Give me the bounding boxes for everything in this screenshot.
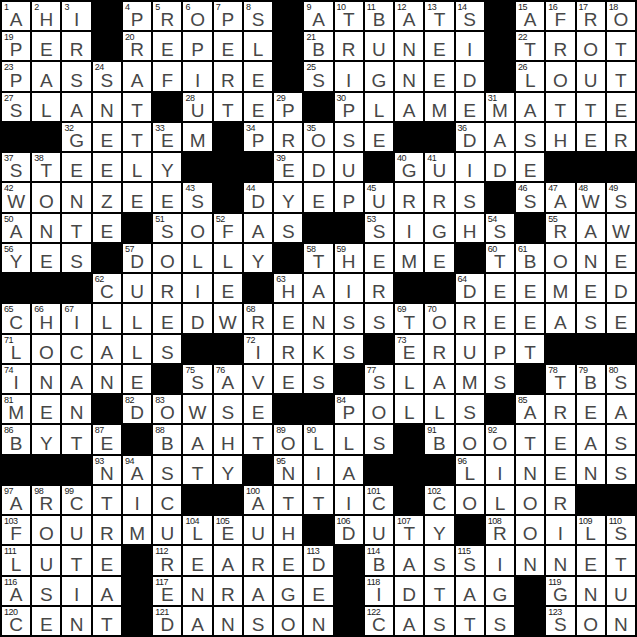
cell[interactable]: E — [515, 303, 545, 333]
cell[interactable]: H — [545, 122, 575, 152]
cell[interactable]: 11B — [364, 1, 394, 31]
cell[interactable]: 100A — [243, 485, 273, 515]
cell[interactable]: E — [273, 545, 303, 575]
cell[interactable]: 121D — [152, 606, 182, 636]
cell[interactable]: N — [61, 182, 91, 212]
cell[interactable]: T — [455, 606, 485, 636]
cell[interactable]: 82D — [122, 394, 152, 424]
cell[interactable]: 48W — [576, 182, 606, 212]
cell[interactable]: E — [303, 576, 333, 606]
cell[interactable]: E — [364, 122, 394, 152]
cell[interactable]: O — [455, 485, 485, 515]
cell[interactable]: 4P — [122, 1, 152, 31]
cell[interactable]: G — [485, 576, 515, 606]
cell[interactable]: Y — [243, 243, 273, 273]
cell[interactable]: A — [455, 576, 485, 606]
cell[interactable]: I — [455, 31, 485, 61]
cell[interactable]: N — [31, 364, 61, 394]
cell[interactable]: S — [515, 122, 545, 152]
cell[interactable]: 56Y — [1, 243, 31, 273]
cell[interactable]: O — [545, 61, 575, 91]
cell[interactable]: 45U — [364, 182, 394, 212]
cell[interactable]: R — [273, 334, 303, 364]
cell[interactable]: O — [455, 424, 485, 454]
cell[interactable]: A — [303, 273, 333, 303]
cell[interactable]: N — [303, 606, 333, 636]
cell[interactable]: U — [364, 31, 394, 61]
cell[interactable]: R — [394, 182, 424, 212]
cell[interactable]: 81M — [1, 394, 31, 424]
cell[interactable]: R — [213, 61, 243, 91]
cell[interactable]: R — [545, 394, 575, 424]
cell[interactable]: E — [364, 243, 394, 273]
cell[interactable]: L — [424, 394, 454, 424]
cell[interactable]: 86B — [1, 424, 31, 454]
cell[interactable]: E — [152, 31, 182, 61]
cell[interactable]: T — [92, 606, 122, 636]
cell[interactable]: 2H — [31, 1, 61, 31]
cell[interactable]: S — [455, 394, 485, 424]
cell[interactable]: 85A — [515, 394, 545, 424]
cell[interactable]: R — [152, 273, 182, 303]
cell[interactable]: M — [424, 92, 454, 122]
cell[interactable]: D — [606, 273, 636, 303]
cell[interactable]: 93N — [92, 455, 122, 485]
cell[interactable]: A — [182, 424, 212, 454]
cell[interactable]: E — [515, 152, 545, 182]
cell[interactable]: U — [334, 152, 364, 182]
cell[interactable]: A — [545, 303, 575, 333]
cell[interactable]: U — [61, 515, 91, 545]
cell[interactable]: 62C — [92, 273, 122, 303]
cell[interactable]: A — [243, 576, 273, 606]
cell[interactable]: 77S — [364, 364, 394, 394]
cell[interactable]: T — [92, 485, 122, 515]
cell[interactable]: I — [182, 273, 212, 303]
cell[interactable]: T — [515, 424, 545, 454]
cell[interactable]: 98R — [31, 485, 61, 515]
cell[interactable]: E — [92, 152, 122, 182]
cell[interactable]: L — [394, 394, 424, 424]
cell[interactable]: E — [424, 61, 454, 91]
cell[interactable]: A — [61, 364, 91, 394]
cell[interactable]: I — [334, 273, 364, 303]
cell[interactable]: S — [61, 61, 91, 91]
cell[interactable]: L — [213, 243, 243, 273]
cell[interactable]: N — [394, 31, 424, 61]
cell[interactable]: 99C — [61, 485, 91, 515]
cell[interactable]: 18O — [606, 1, 636, 31]
cell[interactable]: 120C — [1, 606, 31, 636]
cell[interactable]: 92O — [485, 424, 515, 454]
cell[interactable]: O — [515, 515, 545, 545]
cell[interactable]: E — [485, 273, 515, 303]
cell[interactable]: 54S — [485, 213, 515, 243]
cell[interactable]: 75S — [182, 364, 212, 394]
cell[interactable]: T — [273, 485, 303, 515]
cell[interactable]: P — [334, 182, 364, 212]
cell[interactable]: I — [485, 545, 515, 575]
cell[interactable]: E — [213, 31, 243, 61]
cell[interactable]: 65C — [1, 303, 31, 333]
cell[interactable]: E — [424, 31, 454, 61]
cell[interactable]: S — [31, 576, 61, 606]
cell[interactable]: O — [31, 515, 61, 545]
cell[interactable]: 88B — [152, 424, 182, 454]
cell[interactable]: 55R — [545, 213, 575, 243]
cell[interactable]: E — [273, 364, 303, 394]
cell[interactable]: S — [485, 606, 515, 636]
cell[interactable]: E — [273, 303, 303, 333]
cell[interactable]: N — [92, 364, 122, 394]
cell[interactable]: T — [576, 92, 606, 122]
cell[interactable]: 72I — [243, 334, 273, 364]
cell[interactable]: 50A — [1, 213, 31, 243]
cell[interactable]: I — [303, 455, 333, 485]
cell[interactable]: 115S — [455, 545, 485, 575]
cell[interactable]: E — [243, 92, 273, 122]
cell[interactable]: 34P — [243, 122, 273, 152]
cell[interactable]: G — [273, 576, 303, 606]
cell[interactable]: 13T — [424, 1, 454, 31]
cell[interactable]: 5R — [152, 1, 182, 31]
cell[interactable]: M — [182, 122, 212, 152]
cell[interactable]: A — [213, 545, 243, 575]
cell[interactable]: N — [576, 455, 606, 485]
cell[interactable]: L — [122, 152, 152, 182]
cell[interactable]: O — [182, 213, 212, 243]
cell[interactable]: 32G — [61, 122, 91, 152]
cell[interactable]: L — [485, 485, 515, 515]
cell[interactable]: A — [92, 334, 122, 364]
cell[interactable]: Y — [273, 182, 303, 212]
cell[interactable]: 40G — [394, 152, 424, 182]
cell[interactable]: A — [394, 92, 424, 122]
cell[interactable]: G — [364, 61, 394, 91]
cell[interactable]: T — [122, 92, 152, 122]
cell[interactable]: Y — [213, 455, 243, 485]
cell[interactable]: 80S — [606, 364, 636, 394]
cell[interactable]: S — [606, 424, 636, 454]
cell[interactable]: 59H — [334, 243, 364, 273]
cell[interactable]: Y — [424, 515, 454, 545]
cell[interactable]: S — [485, 364, 515, 394]
cell[interactable]: 10T — [334, 1, 364, 31]
cell[interactable]: L — [334, 424, 364, 454]
cell[interactable]: 16F — [545, 1, 575, 31]
cell[interactable]: S — [424, 545, 454, 575]
cell[interactable]: T — [424, 576, 454, 606]
cell[interactable]: T — [545, 92, 575, 122]
cell[interactable]: S — [576, 303, 606, 333]
cell[interactable]: A — [606, 394, 636, 424]
cell[interactable]: 110S — [606, 515, 636, 545]
cell[interactable]: 106D — [334, 515, 364, 545]
cell[interactable]: I — [485, 455, 515, 485]
cell[interactable]: R — [545, 31, 575, 61]
cell[interactable]: S — [152, 334, 182, 364]
cell[interactable]: A — [515, 92, 545, 122]
cell[interactable]: R — [213, 576, 243, 606]
cell[interactable]: Z — [92, 182, 122, 212]
cell[interactable]: U — [243, 515, 273, 545]
cell[interactable]: R — [61, 31, 91, 61]
cell[interactable]: M — [545, 273, 575, 303]
cell[interactable]: 41U — [424, 152, 454, 182]
cell[interactable]: E — [455, 92, 485, 122]
cell[interactable]: 97A — [1, 485, 31, 515]
cell[interactable]: 29P — [273, 92, 303, 122]
cell[interactable]: A — [92, 576, 122, 606]
cell[interactable]: 101C — [364, 485, 394, 515]
cell[interactable]: Y — [152, 152, 182, 182]
cell[interactable]: R — [273, 122, 303, 152]
cell[interactable]: 28U — [182, 92, 212, 122]
cell[interactable]: E — [485, 303, 515, 333]
cell[interactable]: R — [606, 122, 636, 152]
cell[interactable]: 61B — [515, 243, 545, 273]
cell[interactable]: I — [61, 576, 91, 606]
cell[interactable]: 38T — [31, 152, 61, 182]
cell[interactable]: 43S — [182, 182, 212, 212]
cell[interactable]: L — [31, 92, 61, 122]
cell[interactable]: E — [213, 273, 243, 303]
cell[interactable]: 108R — [485, 515, 515, 545]
cell[interactable]: E — [576, 545, 606, 575]
cell[interactable]: 69T — [394, 303, 424, 333]
cell[interactable]: 42W — [1, 182, 31, 212]
cell[interactable]: S — [273, 213, 303, 243]
cell[interactable]: A — [394, 545, 424, 575]
cell[interactable]: S — [424, 606, 454, 636]
cell[interactable]: T — [61, 424, 91, 454]
cell[interactable]: A — [334, 455, 364, 485]
cell[interactable]: 95N — [273, 455, 303, 485]
cell[interactable]: 79B — [576, 364, 606, 394]
cell[interactable]: 57D — [122, 243, 152, 273]
cell[interactable]: N — [61, 394, 91, 424]
cell[interactable]: I — [122, 485, 152, 515]
cell[interactable]: G — [424, 213, 454, 243]
cell[interactable]: E — [515, 273, 545, 303]
cell[interactable]: T — [182, 455, 212, 485]
cell[interactable]: C — [61, 334, 91, 364]
cell[interactable]: 109L — [576, 515, 606, 545]
cell[interactable]: 70O — [424, 303, 454, 333]
cell[interactable]: 6O — [182, 1, 212, 31]
cell[interactable]: S — [152, 455, 182, 485]
cell[interactable]: 8S — [243, 1, 273, 31]
cell[interactable]: O — [31, 182, 61, 212]
cell[interactable]: O — [31, 334, 61, 364]
cell[interactable]: L — [92, 303, 122, 333]
cell[interactable]: R — [92, 515, 122, 545]
cell[interactable]: A — [31, 61, 61, 91]
cell[interactable]: A — [394, 606, 424, 636]
cell[interactable]: R — [334, 31, 364, 61]
cell[interactable]: T — [303, 485, 333, 515]
cell[interactable]: N — [515, 455, 545, 485]
cell[interactable]: 103F — [1, 515, 31, 545]
cell[interactable]: 3I — [61, 1, 91, 31]
cell[interactable]: E — [576, 273, 606, 303]
cell[interactable]: D — [394, 576, 424, 606]
cell[interactable]: 46S — [515, 182, 545, 212]
cell[interactable]: A — [576, 424, 606, 454]
cell[interactable]: S — [334, 303, 364, 333]
cell[interactable]: E — [31, 243, 61, 273]
cell[interactable]: 58T — [303, 243, 333, 273]
cell[interactable]: E — [576, 394, 606, 424]
cell[interactable]: E — [182, 545, 212, 575]
cell[interactable]: I — [394, 213, 424, 243]
cell[interactable]: 73E — [394, 334, 424, 364]
cell[interactable]: 19P — [1, 31, 31, 61]
cell[interactable]: 118I — [364, 576, 394, 606]
cell[interactable]: 117E — [152, 576, 182, 606]
cell[interactable]: A — [182, 606, 212, 636]
cell[interactable]: O — [576, 606, 606, 636]
cell[interactable]: N — [92, 92, 122, 122]
cell[interactable]: S — [334, 122, 364, 152]
cell[interactable]: R — [424, 182, 454, 212]
cell[interactable]: E — [303, 182, 333, 212]
cell[interactable]: P — [485, 334, 515, 364]
cell[interactable]: A — [485, 122, 515, 152]
cell[interactable]: 25S — [303, 61, 333, 91]
cell[interactable]: O — [152, 243, 182, 273]
cell[interactable]: 104L — [182, 515, 212, 545]
cell[interactable]: H — [273, 515, 303, 545]
cell[interactable]: S — [213, 394, 243, 424]
cell[interactable]: O — [515, 485, 545, 515]
cell[interactable]: E — [545, 424, 575, 454]
cell[interactable]: L — [122, 303, 152, 333]
cell[interactable]: V — [243, 364, 273, 394]
cell[interactable]: L — [364, 92, 394, 122]
cell[interactable]: T — [122, 122, 152, 152]
cell[interactable]: F — [152, 61, 182, 91]
cell[interactable]: 30P — [334, 92, 364, 122]
cell[interactable]: E — [606, 92, 636, 122]
cell[interactable]: I — [545, 515, 575, 545]
cell[interactable]: E — [92, 545, 122, 575]
cell[interactable]: E — [31, 394, 61, 424]
cell[interactable]: 1A — [1, 1, 31, 31]
cell[interactable]: 71L — [1, 334, 31, 364]
cell[interactable]: 116A — [1, 576, 31, 606]
cell[interactable]: 44D — [243, 182, 273, 212]
cell[interactable]: 36D — [455, 122, 485, 152]
cell[interactable]: E — [31, 31, 61, 61]
cell[interactable]: E — [61, 152, 91, 182]
cell[interactable]: 102C — [424, 485, 454, 515]
cell[interactable]: T — [606, 31, 636, 61]
cell[interactable]: 66H — [31, 303, 61, 333]
cell[interactable]: E — [122, 182, 152, 212]
cell[interactable]: S — [364, 303, 394, 333]
cell[interactable]: 74I — [1, 364, 31, 394]
cell[interactable]: N — [31, 213, 61, 243]
cell[interactable]: N — [545, 545, 575, 575]
cell[interactable]: 39E — [273, 152, 303, 182]
cell[interactable]: E — [152, 303, 182, 333]
cell[interactable]: T — [213, 92, 243, 122]
cell[interactable]: 51S — [152, 213, 182, 243]
cell[interactable]: E — [122, 364, 152, 394]
cell[interactable]: R — [364, 273, 394, 303]
cell[interactable]: M — [394, 243, 424, 273]
cell[interactable]: W — [182, 394, 212, 424]
cell[interactable]: M — [122, 515, 152, 545]
cell[interactable]: U — [364, 515, 394, 545]
cell[interactable]: N — [394, 61, 424, 91]
cell[interactable]: 111L — [1, 545, 31, 575]
cell[interactable]: 90L — [303, 424, 333, 454]
cell[interactable]: E — [576, 122, 606, 152]
cell[interactable]: S — [334, 334, 364, 364]
cell[interactable]: 35O — [303, 122, 333, 152]
cell[interactable]: 21B — [303, 31, 333, 61]
cell[interactable]: 83O — [152, 394, 182, 424]
cell[interactable]: W — [213, 303, 243, 333]
cell[interactable]: E — [545, 455, 575, 485]
cell[interactable]: I — [334, 61, 364, 91]
cell[interactable]: 105E — [213, 515, 243, 545]
cell[interactable]: 9A — [303, 1, 333, 31]
cell[interactable]: D — [303, 152, 333, 182]
cell[interactable]: E — [152, 182, 182, 212]
cell[interactable]: O — [273, 606, 303, 636]
cell[interactable]: 60T — [485, 243, 515, 273]
cell[interactable]: N — [606, 606, 636, 636]
cell[interactable]: I — [334, 485, 364, 515]
cell[interactable]: 107T — [394, 515, 424, 545]
cell[interactable]: 14S — [455, 1, 485, 31]
cell[interactable]: U — [455, 334, 485, 364]
cell[interactable]: A — [61, 92, 91, 122]
cell[interactable]: 84P — [334, 394, 364, 424]
cell[interactable]: 112R — [152, 545, 182, 575]
cell[interactable]: 23P — [1, 61, 31, 91]
cell[interactable]: T — [243, 424, 273, 454]
cell[interactable]: 17R — [576, 1, 606, 31]
cell[interactable]: O — [576, 31, 606, 61]
cell[interactable]: 114B — [364, 545, 394, 575]
cell[interactable]: U — [606, 576, 636, 606]
cell[interactable]: 63H — [273, 273, 303, 303]
cell[interactable]: 7P — [213, 1, 243, 31]
cell[interactable]: R — [545, 485, 575, 515]
cell[interactable]: T — [61, 545, 91, 575]
cell[interactable]: E — [243, 61, 273, 91]
cell[interactable]: T — [606, 61, 636, 91]
cell[interactable]: N — [515, 545, 545, 575]
cell[interactable]: T — [61, 213, 91, 243]
cell[interactable]: E — [92, 213, 122, 243]
cell[interactable]: S — [364, 424, 394, 454]
cell[interactable]: 64D — [455, 273, 485, 303]
cell[interactable]: H — [213, 424, 243, 454]
cell[interactable]: 33E — [152, 122, 182, 152]
cell[interactable]: U — [152, 515, 182, 545]
cell[interactable]: 119G — [545, 576, 575, 606]
cell[interactable]: U — [31, 545, 61, 575]
cell[interactable]: 47A — [545, 182, 575, 212]
cell[interactable]: A — [576, 213, 606, 243]
cell[interactable]: 52F — [213, 213, 243, 243]
cell[interactable]: N — [303, 303, 333, 333]
